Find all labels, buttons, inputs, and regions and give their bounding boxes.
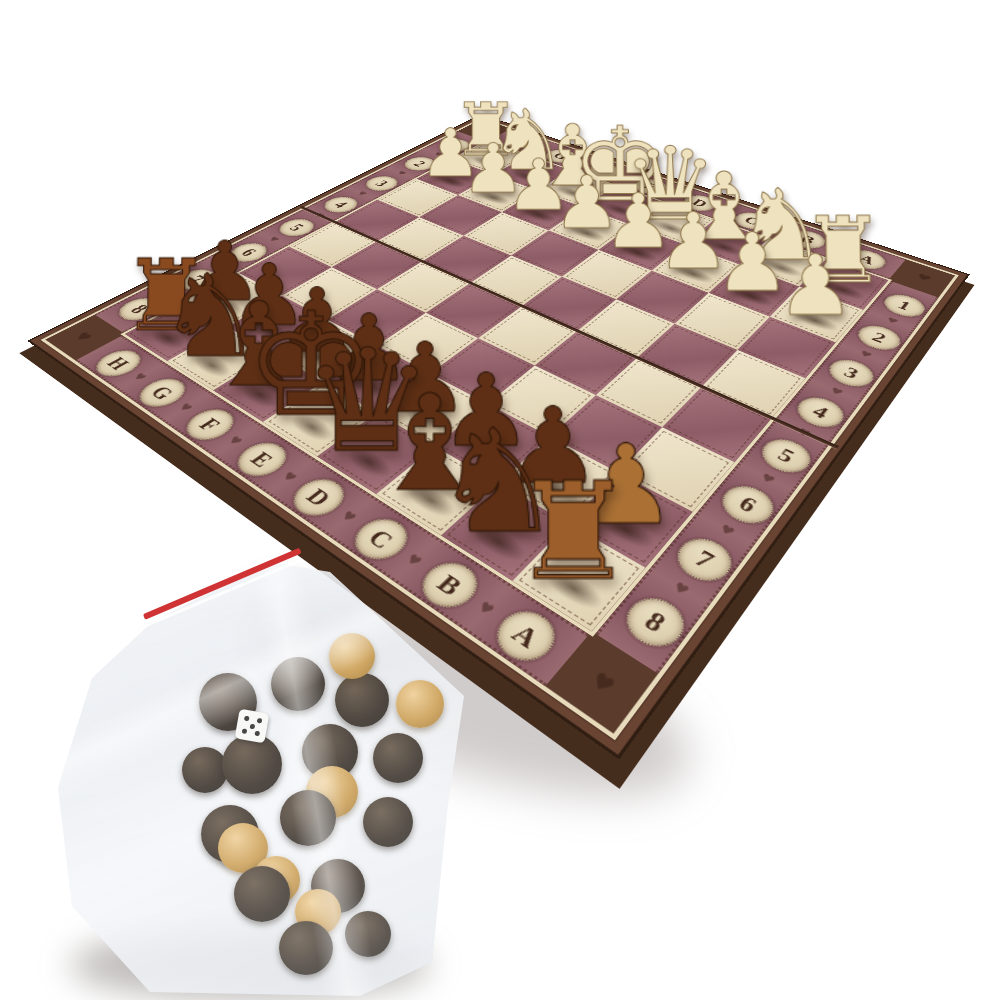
rank-label-5: 5: [754, 433, 818, 479]
die-pip: [242, 728, 248, 734]
checker-disc-dark: [234, 866, 290, 922]
coordinate-label-text: 3: [840, 364, 862, 382]
heart-scroll-icon: ♥: [224, 434, 245, 448]
white-pawn-icon: ♟: [728, 244, 903, 328]
checker-disc-dark: [182, 747, 228, 793]
checker-disc-dark: [271, 657, 325, 711]
heart-scroll-icon: ♥: [758, 471, 778, 487]
heart-scroll-icon: ♥: [473, 598, 498, 619]
rank-label-3: 3: [823, 355, 880, 392]
heart-scroll-icon: ♥: [355, 190, 369, 197]
coordinate-label-text: D: [689, 197, 711, 209]
heart-scroll-icon: ♥: [828, 385, 846, 398]
coordinate-label-text: 3: [372, 179, 392, 189]
die-pip: [249, 723, 255, 729]
checker-disc-dark: [279, 921, 333, 975]
die-pip: [257, 718, 263, 724]
coordinate-label-text: 4: [809, 402, 832, 422]
bag-contents: [48, 548, 472, 1000]
rank-label-4: 4: [790, 392, 850, 433]
heart-scroll-icon: ♥: [129, 371, 149, 383]
file-label-A: A: [486, 602, 566, 671]
coordinate-label-text: H: [509, 137, 530, 147]
rank-label-8: 8: [616, 589, 694, 656]
heart-scroll-icon: ♥: [858, 349, 875, 360]
die-pip: [254, 731, 260, 737]
coordinate-label-text: 1: [446, 141, 464, 149]
coordinate-label-text: 5: [774, 445, 799, 467]
checker-disc-light: [329, 633, 375, 679]
die-pip: [244, 716, 250, 722]
checker-disc-dark: [373, 733, 423, 783]
checker-disc-dark: [345, 911, 391, 957]
checker-disc-dark: [222, 734, 282, 794]
coordinate-label-text: 2: [869, 330, 889, 346]
coordinate-label-text: A: [506, 617, 546, 654]
heart-scroll-icon: ♥: [585, 667, 620, 701]
checker-disc-dark: [363, 797, 413, 847]
coordinate-label-text: 2: [410, 159, 429, 168]
rank-label-2: 2: [852, 321, 906, 355]
checker-disc-light: [396, 680, 444, 728]
checkers-bag: [48, 548, 472, 1000]
die: [235, 709, 270, 744]
coordinate-label-text: F: [595, 166, 614, 176]
coordinate-label-text: E: [640, 181, 660, 192]
coordinate-label-text: 8: [639, 606, 671, 638]
heart-scroll-icon: ♥: [175, 401, 196, 414]
coordinate-label-text: G: [550, 151, 571, 161]
heart-scroll-icon: ♥: [337, 508, 360, 525]
coordinate-label-text: C: [741, 215, 763, 227]
black-rook-icon: ♜: [452, 465, 695, 600]
coordinate-label-text: 4: [330, 199, 351, 210]
heart-scroll-icon: ♥: [278, 469, 300, 485]
checker-disc-dark: [335, 673, 389, 727]
checker-disc-dark: [280, 790, 336, 846]
